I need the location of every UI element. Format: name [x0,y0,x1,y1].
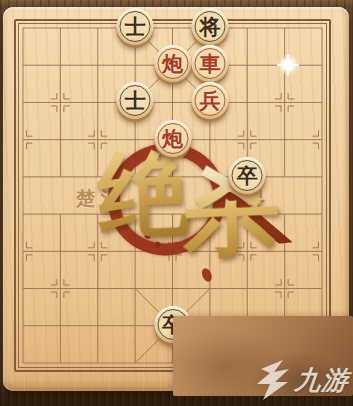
jiuyou-logo: 九游 [255,360,349,400]
piece-character: 炮 [154,45,191,82]
piece-炮-red[interactable]: 炮 [154,120,191,157]
piece-士-black[interactable]: 士 [117,8,154,45]
piece-兵-red[interactable]: 兵 [191,82,228,119]
piece-character: 卒 [229,157,266,194]
piece-character: 兵 [191,82,228,119]
piece-卒-black[interactable]: 卒 [229,157,266,194]
piece-character: 将 [191,8,228,45]
piece-character: 炮 [154,120,191,157]
piece-士-black[interactable]: 士 [117,82,154,119]
jiuyou-g-icon [255,360,291,400]
jiuyou-logo-text: 九游 [293,363,351,398]
piece-炮-red[interactable]: 炮 [154,45,191,82]
xiangqi-app-screen: 楚河 漢界 绝 杀 士将炮車士兵炮卒卒 九游 [0,0,353,406]
piece-character: 士 [117,82,154,119]
piece-character: 士 [117,8,154,45]
piece-将-black[interactable]: 将 [191,8,228,45]
river-label-chu: 楚河 [76,186,126,212]
piece-character: 車 [191,45,228,82]
piece-車-red[interactable]: 車 [191,45,228,82]
